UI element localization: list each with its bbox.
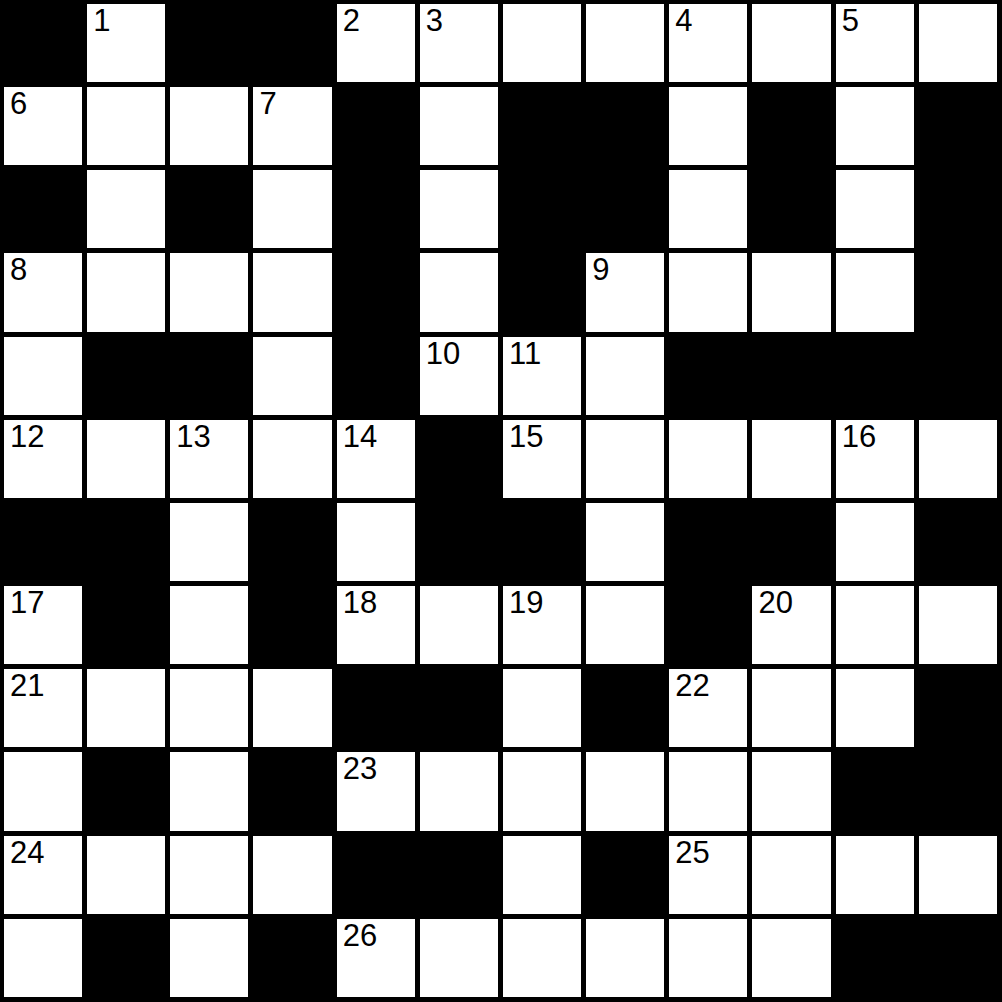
clue-number-13: 13 [176, 421, 210, 454]
black-block-r6c5 [420, 503, 498, 581]
crossword-cell-r5c10[interactable]: 16 [836, 420, 914, 498]
clue-number-1: 1 [93, 5, 110, 38]
crossword-cell-r11c8[interactable] [669, 919, 747, 997]
crossword-cell-r6c7[interactable] [586, 503, 664, 581]
crossword-grid: 1234567891011121314151617181920212223242… [0, 0, 1002, 1002]
crossword-cell-r1c8[interactable] [669, 87, 747, 165]
black-block-r10c7 [586, 836, 664, 914]
black-block-r2c11 [919, 170, 997, 248]
clue-number-8: 8 [10, 254, 27, 287]
crossword-cell-r9c5[interactable] [420, 752, 498, 830]
crossword-cell-r0c5[interactable]: 3 [420, 4, 498, 82]
black-block-r6c11 [919, 503, 997, 581]
clue-number-17: 17 [10, 587, 44, 620]
crossword-cell-r10c10[interactable] [836, 836, 914, 914]
crossword-cell-r5c2[interactable]: 13 [170, 420, 248, 498]
crossword-cell-r8c0[interactable]: 21 [4, 669, 82, 747]
crossword-cell-r9c0[interactable] [4, 752, 82, 830]
clue-number-16: 16 [842, 421, 876, 454]
crossword-cell-r6c2[interactable] [170, 503, 248, 581]
crossword-cell-r11c0[interactable] [4, 919, 82, 997]
black-block-r9c1 [87, 752, 165, 830]
clue-number-12: 12 [10, 421, 44, 454]
crossword-cell-r8c1[interactable] [87, 669, 165, 747]
crossword-cell-r7c9[interactable]: 20 [752, 586, 830, 664]
black-block-r11c11 [919, 919, 997, 997]
crossword-cell-r3c3[interactable] [253, 253, 331, 331]
clue-number-2: 2 [343, 5, 360, 38]
crossword-cell-r2c3[interactable] [253, 170, 331, 248]
black-block-r0c3 [253, 4, 331, 82]
clue-number-14: 14 [343, 421, 377, 454]
black-block-r9c11 [919, 752, 997, 830]
crossword-cell-r6c10[interactable] [836, 503, 914, 581]
crossword-cell-r0c9[interactable] [752, 4, 830, 82]
black-block-r2c9 [752, 170, 830, 248]
crossword-cell-r5c3[interactable] [253, 420, 331, 498]
crossword-cell-r4c7[interactable] [586, 337, 664, 415]
crossword-cell-r2c8[interactable] [669, 170, 747, 248]
crossword-cell-r11c4[interactable]: 26 [337, 919, 415, 997]
clue-number-11: 11 [509, 338, 541, 371]
crossword-cell-r0c4[interactable]: 2 [337, 4, 415, 82]
crossword-cell-r3c9[interactable] [752, 253, 830, 331]
black-block-r6c0 [4, 503, 82, 581]
crossword-cell-r0c7[interactable] [586, 4, 664, 82]
clue-number-19: 19 [509, 587, 543, 620]
crossword-cell-r1c0[interactable]: 6 [4, 87, 82, 165]
crossword-cell-r5c0[interactable]: 12 [4, 420, 82, 498]
crossword-cell-r7c7[interactable] [586, 586, 664, 664]
black-block-r1c6 [503, 87, 581, 165]
crossword-cell-r9c2[interactable] [170, 752, 248, 830]
black-block-r11c3 [253, 919, 331, 997]
clue-number-23: 23 [343, 753, 377, 786]
black-block-r5c5 [420, 420, 498, 498]
crossword-cell-r1c1[interactable] [87, 87, 165, 165]
crossword-cell-r5c4[interactable]: 14 [337, 420, 415, 498]
crossword-cell-r4c5[interactable]: 10 [420, 337, 498, 415]
crossword-cell-r7c5[interactable] [420, 586, 498, 664]
crossword-cell-r9c8[interactable] [669, 752, 747, 830]
clue-number-24: 24 [10, 837, 44, 870]
crossword-cell-r3c2[interactable] [170, 253, 248, 331]
black-block-r0c0 [4, 4, 82, 82]
crossword-cell-r1c3[interactable]: 7 [253, 87, 331, 165]
black-block-r7c3 [253, 586, 331, 664]
clue-number-20: 20 [758, 587, 792, 620]
crossword-cell-r10c11[interactable] [919, 836, 997, 914]
clue-number-21: 21 [10, 670, 44, 703]
crossword-cell-r5c1[interactable] [87, 420, 165, 498]
black-block-r3c4 [337, 253, 415, 331]
crossword-cell-r4c3[interactable] [253, 337, 331, 415]
black-block-r3c11 [919, 253, 997, 331]
black-block-r9c3 [253, 752, 331, 830]
clue-number-3: 3 [426, 5, 443, 38]
black-block-r8c5 [420, 669, 498, 747]
clue-number-15: 15 [509, 421, 543, 454]
crossword-cell-r5c9[interactable] [752, 420, 830, 498]
crossword-cell-r9c7[interactable] [586, 752, 664, 830]
crossword-cell-r5c11[interactable] [919, 420, 997, 498]
clue-number-26: 26 [343, 920, 377, 953]
crossword-cell-r2c10[interactable] [836, 170, 914, 248]
crossword-cell-r7c4[interactable]: 18 [337, 586, 415, 664]
crossword-cell-r4c6[interactable]: 11 [503, 337, 581, 415]
crossword-cell-r5c7[interactable] [586, 420, 664, 498]
black-block-r2c2 [170, 170, 248, 248]
crossword-cell-r0c8[interactable]: 4 [669, 4, 747, 82]
crossword-cell-r8c9[interactable] [752, 669, 830, 747]
black-block-r8c11 [919, 669, 997, 747]
black-block-r7c1 [87, 586, 165, 664]
crossword-cell-r3c1[interactable] [87, 253, 165, 331]
crossword-cell-r10c2[interactable] [170, 836, 248, 914]
crossword-cell-r11c5[interactable] [420, 919, 498, 997]
black-block-r11c1 [87, 919, 165, 997]
crossword-cell-r9c4[interactable]: 23 [337, 752, 415, 830]
crossword-cell-r11c7[interactable] [586, 919, 664, 997]
black-block-r4c11 [919, 337, 997, 415]
crossword-cell-r11c9[interactable] [752, 919, 830, 997]
crossword-cell-r3c5[interactable] [420, 253, 498, 331]
crossword-cell-r5c8[interactable] [669, 420, 747, 498]
black-block-r11c10 [836, 919, 914, 997]
clue-number-5: 5 [842, 5, 859, 38]
crossword-cell-r10c8[interactable]: 25 [669, 836, 747, 914]
crossword-cell-r10c3[interactable] [253, 836, 331, 914]
crossword-cell-r7c0[interactable]: 17 [4, 586, 82, 664]
crossword-cell-r10c1[interactable] [87, 836, 165, 914]
clue-number-6: 6 [10, 88, 27, 121]
crossword-cell-r2c5[interactable] [420, 170, 498, 248]
crossword-cell-r8c2[interactable] [170, 669, 248, 747]
black-block-r9c10 [836, 752, 914, 830]
black-block-r6c9 [752, 503, 830, 581]
black-block-r4c10 [836, 337, 914, 415]
black-block-r4c2 [170, 337, 248, 415]
crossword-cell-r0c11[interactable] [919, 4, 997, 82]
crossword-cell-r1c10[interactable] [836, 87, 914, 165]
crossword-cell-r8c8[interactable]: 22 [669, 669, 747, 747]
crossword-cell-r7c2[interactable] [170, 586, 248, 664]
crossword-cell-r2c1[interactable] [87, 170, 165, 248]
clue-number-4: 4 [675, 5, 692, 38]
black-block-r1c7 [586, 87, 664, 165]
clue-number-7: 7 [259, 88, 276, 121]
black-block-r1c9 [752, 87, 830, 165]
crossword-cell-r0c1[interactable]: 1 [87, 4, 165, 82]
crossword-cell-r8c6[interactable] [503, 669, 581, 747]
black-block-r4c8 [669, 337, 747, 415]
black-block-r2c0 [4, 170, 82, 248]
crossword-cell-r7c10[interactable] [836, 586, 914, 664]
crossword-cell-r7c11[interactable] [919, 586, 997, 664]
crossword-cell-r3c10[interactable] [836, 253, 914, 331]
crossword-cell-r6c4[interactable] [337, 503, 415, 581]
black-block-r1c4 [337, 87, 415, 165]
black-block-r2c6 [503, 170, 581, 248]
black-block-r4c1 [87, 337, 165, 415]
clue-number-25: 25 [675, 837, 709, 870]
clue-number-9: 9 [592, 254, 609, 287]
black-block-r0c2 [170, 4, 248, 82]
crossword-cell-r8c3[interactable] [253, 669, 331, 747]
crossword-cell-r10c6[interactable] [503, 836, 581, 914]
crossword-cell-r3c7[interactable]: 9 [586, 253, 664, 331]
black-block-r8c7 [586, 669, 664, 747]
crossword-cell-r9c6[interactable] [503, 752, 581, 830]
crossword-cell-r8c10[interactable] [836, 669, 914, 747]
clue-number-10: 10 [426, 338, 460, 371]
clue-number-18: 18 [343, 587, 377, 620]
black-block-r6c1 [87, 503, 165, 581]
black-block-r10c4 [337, 836, 415, 914]
crossword-cell-r1c2[interactable] [170, 87, 248, 165]
crossword-cell-r1c5[interactable] [420, 87, 498, 165]
crossword-cell-r3c8[interactable] [669, 253, 747, 331]
black-block-r6c3 [253, 503, 331, 581]
black-block-r3c6 [503, 253, 581, 331]
black-block-r7c8 [669, 586, 747, 664]
crossword-cell-r3c0[interactable]: 8 [4, 253, 82, 331]
crossword-cell-r7c6[interactable]: 19 [503, 586, 581, 664]
black-block-r10c5 [420, 836, 498, 914]
black-block-r4c4 [337, 337, 415, 415]
black-block-r6c6 [503, 503, 581, 581]
crossword-cell-r11c6[interactable] [503, 919, 581, 997]
black-block-r1c11 [919, 87, 997, 165]
crossword-cell-r4c0[interactable] [4, 337, 82, 415]
crossword-cell-r11c2[interactable] [170, 919, 248, 997]
clue-number-22: 22 [675, 670, 709, 703]
black-block-r4c9 [752, 337, 830, 415]
crossword-cell-r10c9[interactable] [752, 836, 830, 914]
crossword-cell-r0c6[interactable] [503, 4, 581, 82]
black-block-r2c4 [337, 170, 415, 248]
crossword-cell-r5c6[interactable]: 15 [503, 420, 581, 498]
crossword-cell-r0c10[interactable]: 5 [836, 4, 914, 82]
crossword-cell-r10c0[interactable]: 24 [4, 836, 82, 914]
crossword-cell-r9c9[interactable] [752, 752, 830, 830]
black-block-r2c7 [586, 170, 664, 248]
black-block-r6c8 [669, 503, 747, 581]
black-block-r8c4 [337, 669, 415, 747]
